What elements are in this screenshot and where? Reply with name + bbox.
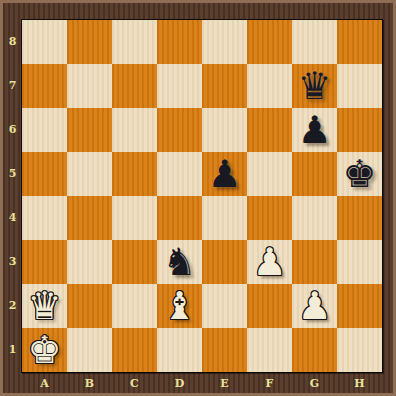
square-a1[interactable]: ♚ bbox=[22, 328, 67, 372]
piece-black-pawn-g6[interactable]: ♟ bbox=[292, 108, 337, 152]
square-f2[interactable] bbox=[247, 284, 292, 328]
square-d4[interactable] bbox=[157, 196, 202, 240]
square-a8[interactable] bbox=[22, 20, 67, 64]
square-h4[interactable] bbox=[337, 196, 382, 240]
file-label-g: G bbox=[292, 374, 337, 393]
rank-label-2: 2 bbox=[3, 284, 22, 328]
square-g5[interactable] bbox=[292, 152, 337, 196]
square-e3[interactable] bbox=[202, 240, 247, 284]
square-d2[interactable]: ♝ bbox=[157, 284, 202, 328]
square-b3[interactable] bbox=[67, 240, 112, 284]
file-label-d: D bbox=[157, 374, 202, 393]
square-e4[interactable] bbox=[202, 196, 247, 240]
piece-white-pawn-g2[interactable]: ♟ bbox=[292, 284, 337, 328]
square-g7[interactable]: ♛ bbox=[292, 64, 337, 108]
square-e8[interactable] bbox=[202, 20, 247, 64]
square-d5[interactable] bbox=[157, 152, 202, 196]
piece-white-king-a1[interactable]: ♚ bbox=[22, 328, 67, 372]
rank-label-3: 3 bbox=[3, 240, 22, 284]
square-b6[interactable] bbox=[67, 108, 112, 152]
file-labels: ABCDEFGH bbox=[22, 374, 382, 393]
file-label-a: A bbox=[22, 374, 67, 393]
rank-label-4: 4 bbox=[3, 196, 22, 240]
piece-black-knight-d3[interactable]: ♞ bbox=[157, 240, 202, 284]
square-e2[interactable] bbox=[202, 284, 247, 328]
square-g6[interactable]: ♟ bbox=[292, 108, 337, 152]
rank-labels: 87654321 bbox=[3, 20, 22, 372]
square-b1[interactable] bbox=[67, 328, 112, 372]
square-c1[interactable] bbox=[112, 328, 157, 372]
file-label-e: E bbox=[202, 374, 247, 393]
square-g1[interactable] bbox=[292, 328, 337, 372]
rank-label-5: 5 bbox=[3, 152, 22, 196]
piece-black-queen-g7[interactable]: ♛ bbox=[292, 64, 337, 108]
rank-label-6: 6 bbox=[3, 108, 22, 152]
square-c8[interactable] bbox=[112, 20, 157, 64]
square-a7[interactable] bbox=[22, 64, 67, 108]
square-c6[interactable] bbox=[112, 108, 157, 152]
square-d6[interactable] bbox=[157, 108, 202, 152]
square-f8[interactable] bbox=[247, 20, 292, 64]
square-a2[interactable]: ♛ bbox=[22, 284, 67, 328]
square-b7[interactable] bbox=[67, 64, 112, 108]
square-c5[interactable] bbox=[112, 152, 157, 196]
square-f5[interactable] bbox=[247, 152, 292, 196]
square-e5[interactable]: ♟ bbox=[202, 152, 247, 196]
square-b4[interactable] bbox=[67, 196, 112, 240]
square-a4[interactable] bbox=[22, 196, 67, 240]
square-h7[interactable] bbox=[337, 64, 382, 108]
square-g3[interactable] bbox=[292, 240, 337, 284]
square-f7[interactable] bbox=[247, 64, 292, 108]
square-g8[interactable] bbox=[292, 20, 337, 64]
square-a6[interactable] bbox=[22, 108, 67, 152]
square-g4[interactable] bbox=[292, 196, 337, 240]
square-d1[interactable] bbox=[157, 328, 202, 372]
square-d8[interactable] bbox=[157, 20, 202, 64]
square-h3[interactable] bbox=[337, 240, 382, 284]
chess-board-window: 87654321 ♛♟♟♚♞♟♛♝♟♚ ABCDEFGH bbox=[0, 0, 396, 396]
rank-label-8: 8 bbox=[3, 20, 22, 64]
chess-board[interactable]: ♛♟♟♚♞♟♛♝♟♚ bbox=[21, 19, 383, 373]
piece-white-queen-a2[interactable]: ♛ bbox=[22, 284, 67, 328]
square-e6[interactable] bbox=[202, 108, 247, 152]
square-f6[interactable] bbox=[247, 108, 292, 152]
file-label-h: H bbox=[337, 374, 382, 393]
square-f4[interactable] bbox=[247, 196, 292, 240]
square-a3[interactable] bbox=[22, 240, 67, 284]
piece-black-king-h5[interactable]: ♚ bbox=[337, 152, 382, 196]
file-label-f: F bbox=[247, 374, 292, 393]
piece-black-pawn-e5[interactable]: ♟ bbox=[202, 152, 247, 196]
square-h5[interactable]: ♚ bbox=[337, 152, 382, 196]
square-h6[interactable] bbox=[337, 108, 382, 152]
file-label-c: C bbox=[112, 374, 157, 393]
square-c3[interactable] bbox=[112, 240, 157, 284]
piece-white-pawn-f3[interactable]: ♟ bbox=[247, 240, 292, 284]
square-b8[interactable] bbox=[67, 20, 112, 64]
square-h8[interactable] bbox=[337, 20, 382, 64]
square-h2[interactable] bbox=[337, 284, 382, 328]
square-g2[interactable]: ♟ bbox=[292, 284, 337, 328]
square-e1[interactable] bbox=[202, 328, 247, 372]
piece-white-bishop-d2[interactable]: ♝ bbox=[157, 284, 202, 328]
square-b5[interactable] bbox=[67, 152, 112, 196]
square-c7[interactable] bbox=[112, 64, 157, 108]
square-c4[interactable] bbox=[112, 196, 157, 240]
rank-label-1: 1 bbox=[3, 328, 22, 372]
rank-label-7: 7 bbox=[3, 64, 22, 108]
square-b2[interactable] bbox=[67, 284, 112, 328]
square-a5[interactable] bbox=[22, 152, 67, 196]
square-f3[interactable]: ♟ bbox=[247, 240, 292, 284]
file-label-b: B bbox=[67, 374, 112, 393]
square-d7[interactable] bbox=[157, 64, 202, 108]
square-d3[interactable]: ♞ bbox=[157, 240, 202, 284]
square-f1[interactable] bbox=[247, 328, 292, 372]
square-e7[interactable] bbox=[202, 64, 247, 108]
square-h1[interactable] bbox=[337, 328, 382, 372]
square-c2[interactable] bbox=[112, 284, 157, 328]
